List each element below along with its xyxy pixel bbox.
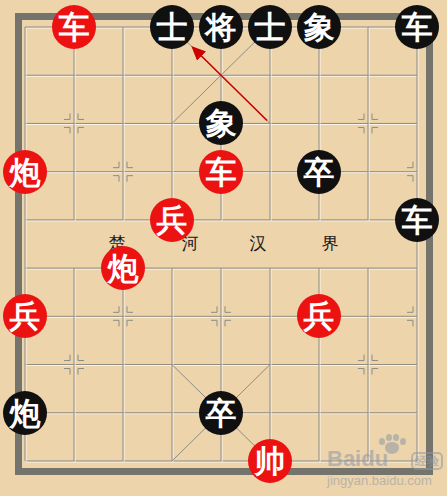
xiangqi-app: 楚河汉界 车士将士象车象炮车卒兵车炮兵兵炮卒帅 Baidu 经验 jingyan… <box>0 0 447 496</box>
piece-black-chariot[interactable]: 车 <box>395 5 439 49</box>
piece-red-soldier[interactable]: 兵 <box>3 294 47 338</box>
piece-red-cannon[interactable]: 炮 <box>101 246 145 290</box>
piece-red-chariot[interactable]: 车 <box>199 150 243 194</box>
watermark-logo: Baidu 经验 <box>327 438 445 472</box>
river-label-char: 界 <box>318 234 342 254</box>
piece-red-soldier[interactable]: 兵 <box>297 294 341 338</box>
piece-black-elephant[interactable]: 象 <box>199 101 243 145</box>
piece-black-advisor[interactable]: 士 <box>150 5 194 49</box>
watermark: Baidu 经验 jingyan.baidu.com <box>327 438 445 488</box>
piece-red-cannon[interactable]: 炮 <box>3 150 47 194</box>
jingyan-badge: 经验 <box>411 452 443 470</box>
piece-black-general[interactable]: 将 <box>199 5 243 49</box>
piece-red-soldier[interactable]: 兵 <box>150 198 194 242</box>
piece-black-soldier[interactable]: 卒 <box>297 150 341 194</box>
watermark-url: jingyan.baidu.com <box>327 473 445 488</box>
piece-black-elephant[interactable]: 象 <box>297 5 341 49</box>
piece-black-soldier[interactable]: 卒 <box>199 391 243 435</box>
piece-red-general[interactable]: 帅 <box>248 439 292 483</box>
piece-black-cannon[interactable]: 炮 <box>3 391 47 435</box>
piece-black-chariot[interactable]: 车 <box>395 198 439 242</box>
river-label-char: 汉 <box>246 234 270 254</box>
piece-black-advisor[interactable]: 士 <box>248 5 292 49</box>
baidu-paw-icon <box>379 434 405 456</box>
piece-red-chariot[interactable]: 车 <box>52 5 96 49</box>
